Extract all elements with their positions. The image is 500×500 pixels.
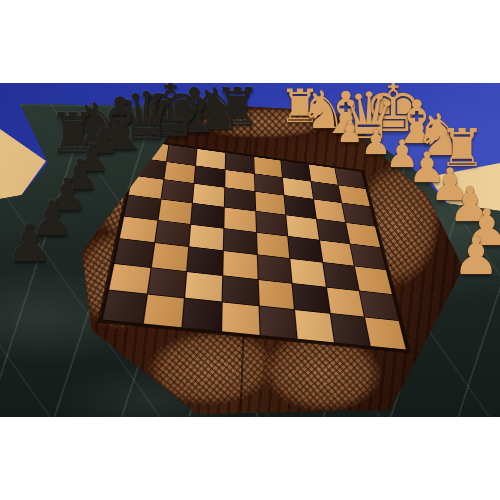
piece-black-pawn: ♟	[0, 217, 60, 269]
board-square-g1	[331, 314, 370, 346]
board-square-b3	[151, 243, 188, 271]
board-square-b1	[143, 295, 184, 327]
board-square-h1	[365, 318, 405, 350]
board-square-c1	[183, 299, 221, 331]
board-square-g2	[327, 287, 365, 316]
board-square-d2	[223, 276, 258, 306]
checkerboard-grid	[100, 140, 408, 352]
board-square-h4	[351, 244, 386, 270]
board-square-b2	[148, 268, 187, 298]
board-square-c3	[188, 247, 223, 275]
board-square-f2	[293, 284, 330, 314]
board-square-a3	[115, 239, 154, 267]
board-square-a2	[109, 264, 150, 294]
board-square-a1	[103, 291, 146, 324]
bottom-white-band	[0, 417, 500, 500]
board-square-h3	[355, 267, 392, 294]
chess-set-photo: ♟♜♜♞♞♝♝♚♟♚♛♟♛♝♞♝♟♟♜♞♜♟♟♟♟♟♟♟♟♟♟♟	[0, 83, 500, 417]
board-square-g3	[323, 263, 359, 290]
board-square-e1	[259, 307, 296, 339]
board-square-e2	[258, 280, 294, 310]
top-white-band	[0, 0, 500, 83]
board-square-c2	[185, 272, 222, 302]
board-square-c5	[191, 203, 223, 227]
board-square-f1	[295, 310, 333, 342]
auction-photo-page: ♟♜♜♞♞♝♝♚♟♚♛♟♛♝♞♝♟♟♜♞♜♟♟♟♟♟♟♟♟♟♟♟ Overhea…	[0, 0, 500, 500]
board-square-e5	[256, 211, 288, 235]
board-square-e3	[257, 255, 291, 283]
board-square-h2	[360, 291, 398, 320]
board-square-d3	[223, 251, 257, 279]
board-square-d4	[224, 228, 257, 254]
board-square-d1	[222, 303, 259, 335]
board-square-b5	[158, 199, 192, 223]
board-square-e4	[257, 232, 290, 258]
board-square-d5	[224, 207, 255, 231]
piece-white-pawn: ♟	[445, 230, 500, 282]
board-square-f4	[288, 236, 322, 262]
board-square-g4	[320, 240, 354, 266]
board-square-a4	[120, 216, 157, 242]
board-square-c4	[190, 224, 224, 250]
board-square-f3	[290, 259, 325, 287]
board-square-b4	[155, 220, 190, 246]
